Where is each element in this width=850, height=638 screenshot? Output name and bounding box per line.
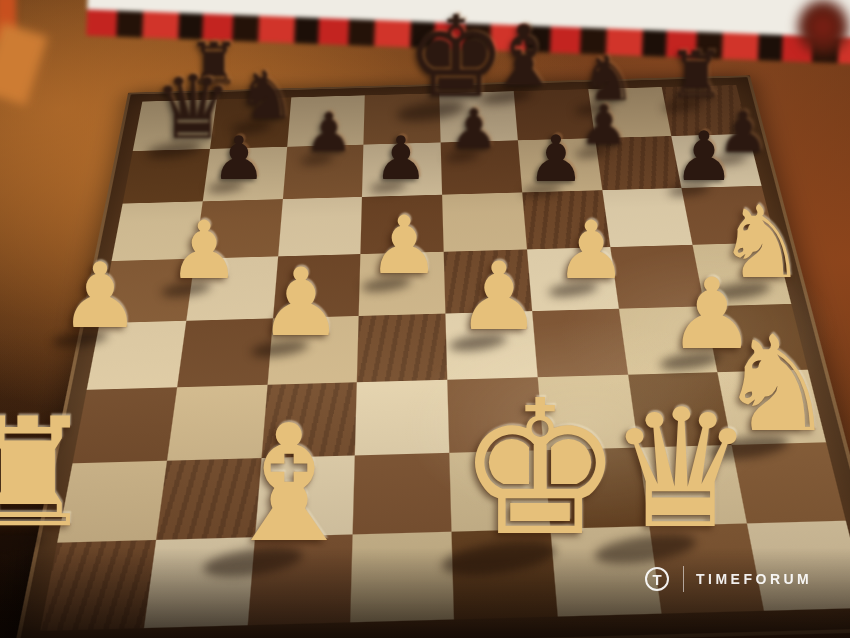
white-pawn-d5: ♟ [368, 206, 440, 286]
timeforum-logo-icon: T [645, 567, 669, 591]
white-king-e1: ♚ [457, 376, 624, 562]
board-square-d2 [353, 453, 452, 535]
black-pawn-e7: ♟ [449, 102, 498, 157]
black-pawn-h6: ♟ [674, 123, 735, 191]
table-highlight [0, 22, 48, 105]
white-pawn-b5: ♟ [168, 211, 240, 291]
white-pawn-e4: ♟ [457, 250, 541, 344]
white-pawn-f5: ♟ [555, 211, 627, 291]
black-pawn-d6: ♟ [374, 128, 428, 188]
black-pawn-f6: ♟ [527, 127, 584, 191]
box-corner-blur [792, 0, 850, 60]
black-pawn-g7: ♟ [579, 98, 628, 153]
white-rook-a1: ♜ [0, 398, 95, 548]
watermark: T TIMEFORUM [645, 566, 812, 592]
board-square-d4 [357, 313, 447, 382]
watermark-brand-text: TIMEFORUM [696, 571, 812, 587]
black-rook-h8: ♜ [667, 43, 724, 107]
white-bishop-c1: ♝ [216, 403, 361, 565]
watermark-divider [683, 566, 684, 592]
white-pawn-a4: ♟ [60, 251, 141, 341]
board-square-d3 [355, 380, 449, 455]
black-knight-b8: ♞ [236, 63, 295, 129]
white-queen-g1: ♛ [607, 388, 754, 552]
black-pawn-c7: ♟ [305, 106, 353, 160]
white-pawn-c4: ♟ [259, 256, 343, 350]
black-pawn-b6: ♟ [212, 128, 266, 188]
photo-scene: ♛♜♞♚♝♞♜♟♟♟♟♟♟♟♟♜♝♚♛♞♞♟♟♟♟♟♟♟ T TIMEFORUM [0, 0, 850, 638]
board-square-d1 [351, 532, 454, 622]
